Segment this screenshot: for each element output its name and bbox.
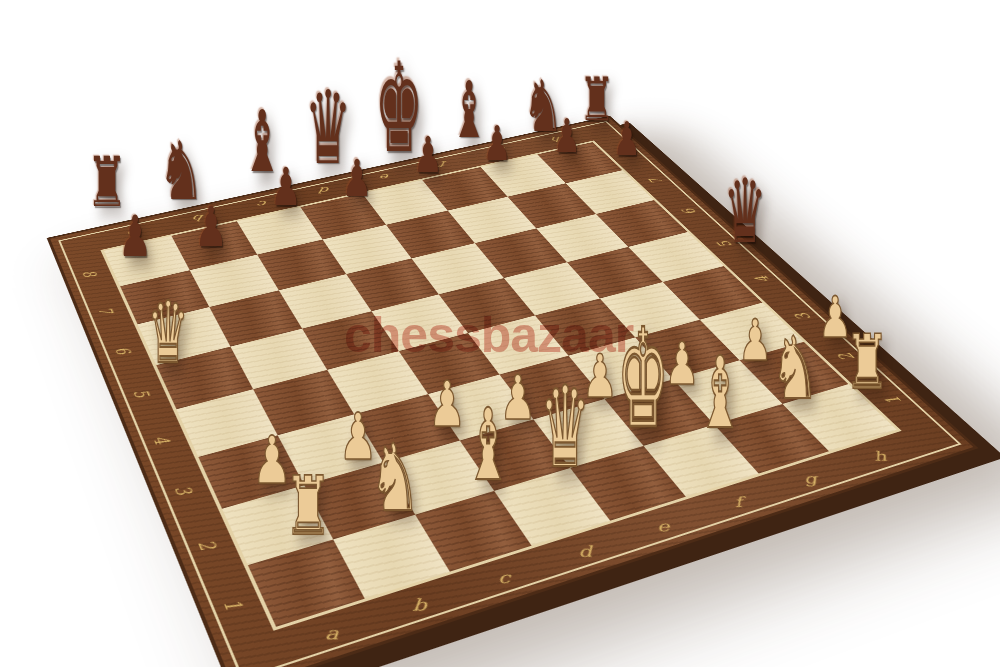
pieces-layer: ♜♞♝♛♚♝♞♜♟♟♟♟♟♟♟♟♛♛♜♞♝♛♚♝♞♜♟♟♟♟♟♟♟♟ (0, 0, 1000, 667)
piece-black-rook-h8: ♜ (579, 69, 615, 129)
piece-black-pawn-f7: ♟ (483, 120, 512, 168)
piece-black-pawn-d7: ♟ (342, 152, 372, 203)
piece-black-pawn-b7: ♟ (194, 200, 227, 256)
piece-black-pawn-h7: ♟ (613, 116, 641, 163)
piece-white-pawn-g2: ♟ (738, 312, 772, 369)
piece-black-pawn-g7: ♟ (553, 113, 581, 160)
piece-white-pawn-d2: ♟ (500, 368, 537, 430)
piece-white-pawn-a2: ♟ (252, 428, 291, 494)
piece-white-pawn-h2: ♟ (818, 289, 852, 346)
piece-white-knight-g1: ♞ (771, 326, 819, 412)
piece-white-pawn-b2: ♟ (339, 405, 378, 470)
piece-white-queen-a5: ♛ (147, 290, 188, 375)
product-photo-chess-set: aabbccddeeffgghh8877665544332211 ♜♞♝♛♚♝♞… (0, 0, 1000, 667)
piece-white-pawn-c2: ♟ (428, 374, 466, 437)
piece-white-pawn-e2: ♟ (582, 346, 618, 406)
piece-black-pawn-e7: ♟ (413, 130, 443, 180)
piece-black-pawn-a7: ♟ (118, 208, 152, 265)
piece-black-queen-h4: ♛ (723, 166, 766, 255)
piece-white-bishop-f1: ♝ (697, 343, 744, 442)
piece-black-pawn-c7: ♟ (270, 162, 301, 215)
piece-white-pawn-f2: ♟ (665, 335, 700, 394)
piece-white-king-e1: ♚ (617, 311, 669, 447)
